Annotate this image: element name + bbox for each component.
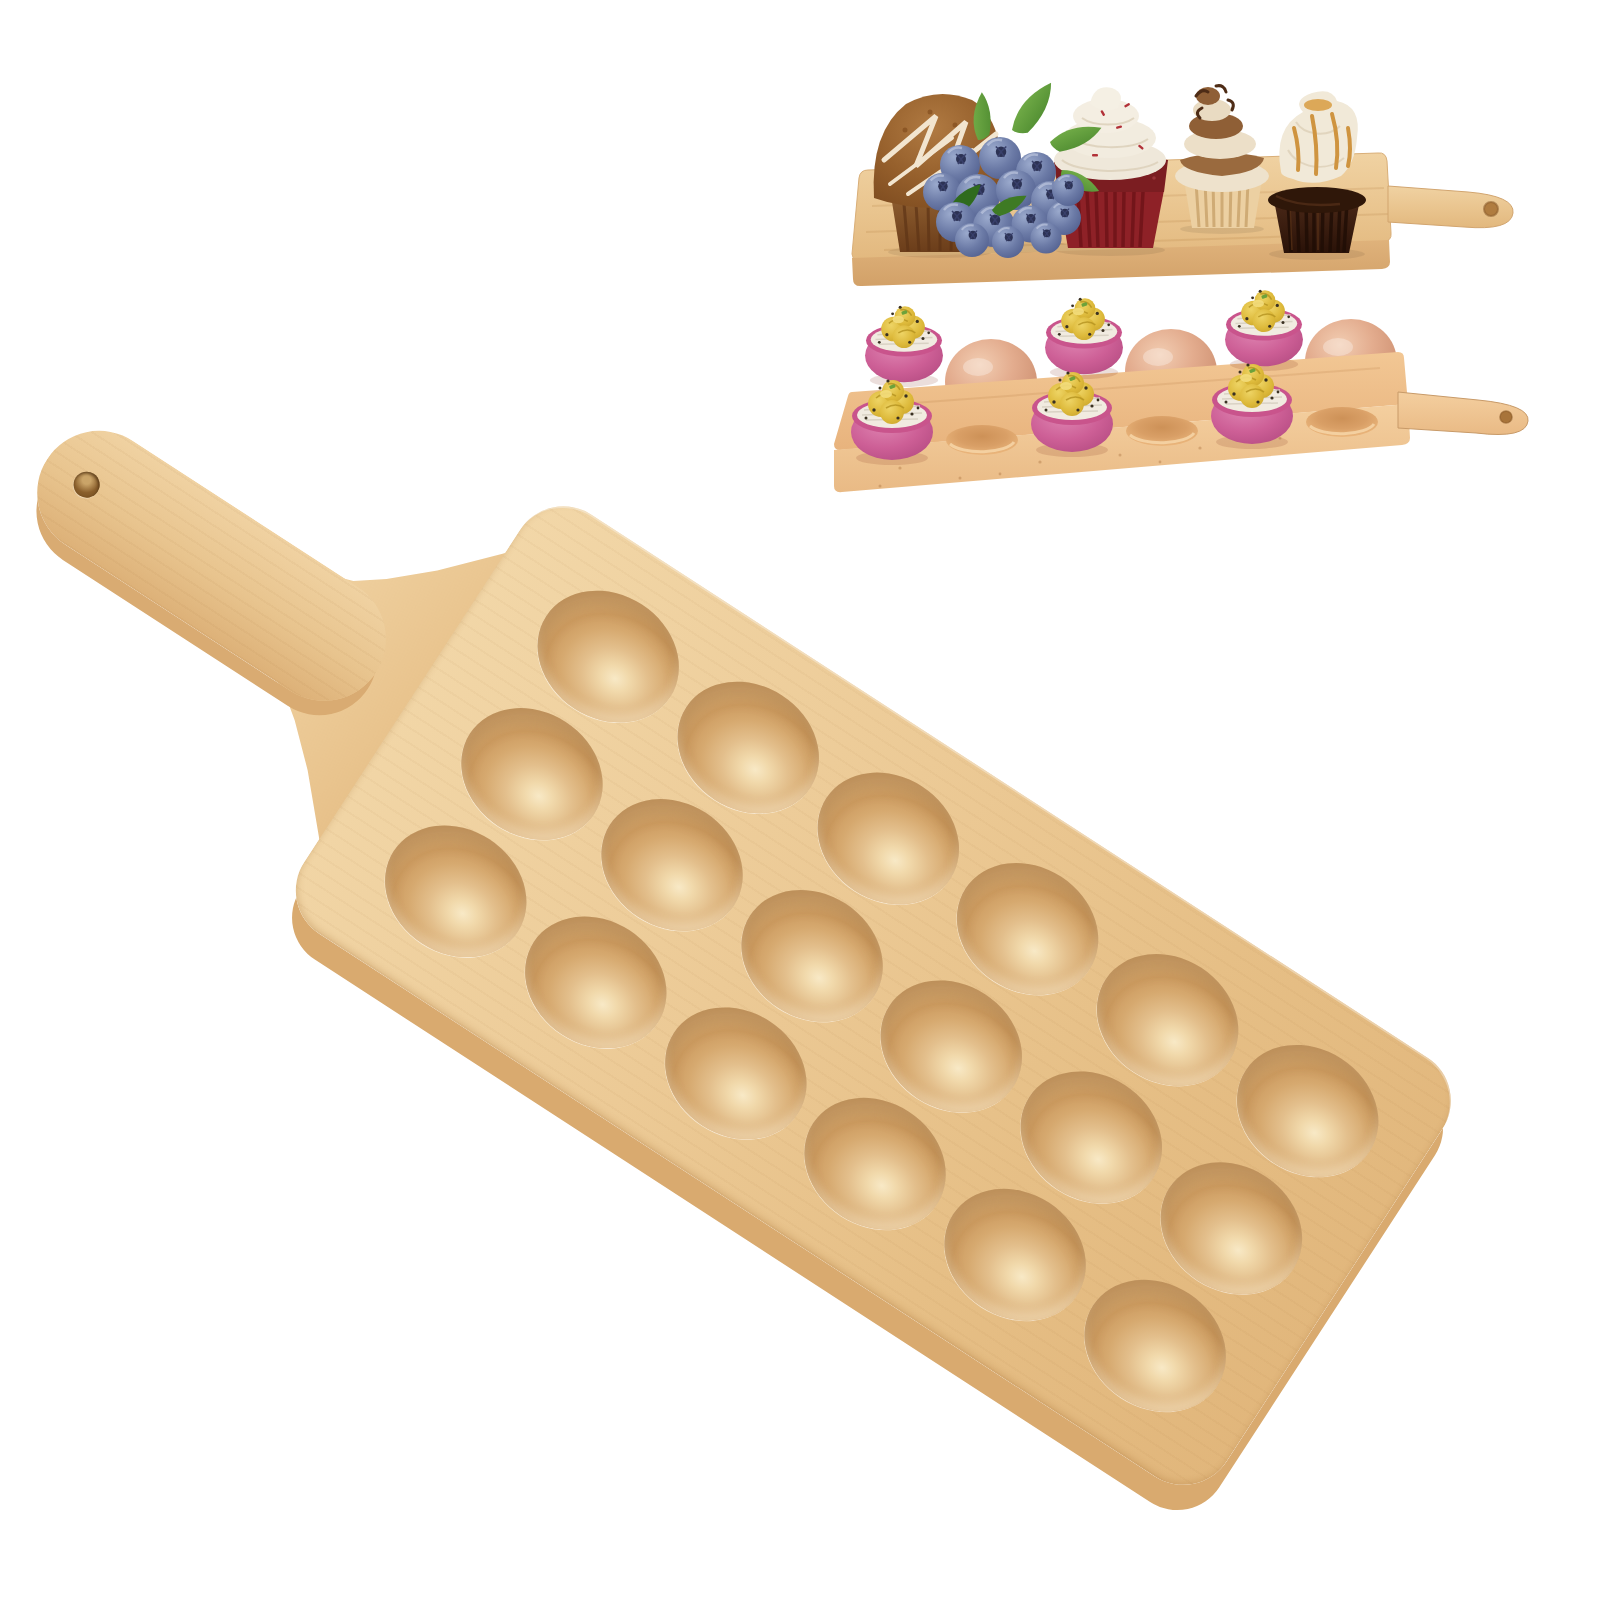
deviled-egg <box>1225 290 1303 371</box>
inset-photos: Product photo of a wooden 18-hole egg se… <box>0 0 1600 1600</box>
product-photo-scene: Product photo of a wooden 18-hole egg se… <box>0 0 1600 1600</box>
inset-cupcake-board <box>852 83 1513 286</box>
deviled-egg <box>865 306 943 387</box>
deviled-egg <box>1045 298 1123 379</box>
swirl-cupcake <box>1175 86 1269 228</box>
inset-deviled-egg-board <box>834 290 1528 492</box>
